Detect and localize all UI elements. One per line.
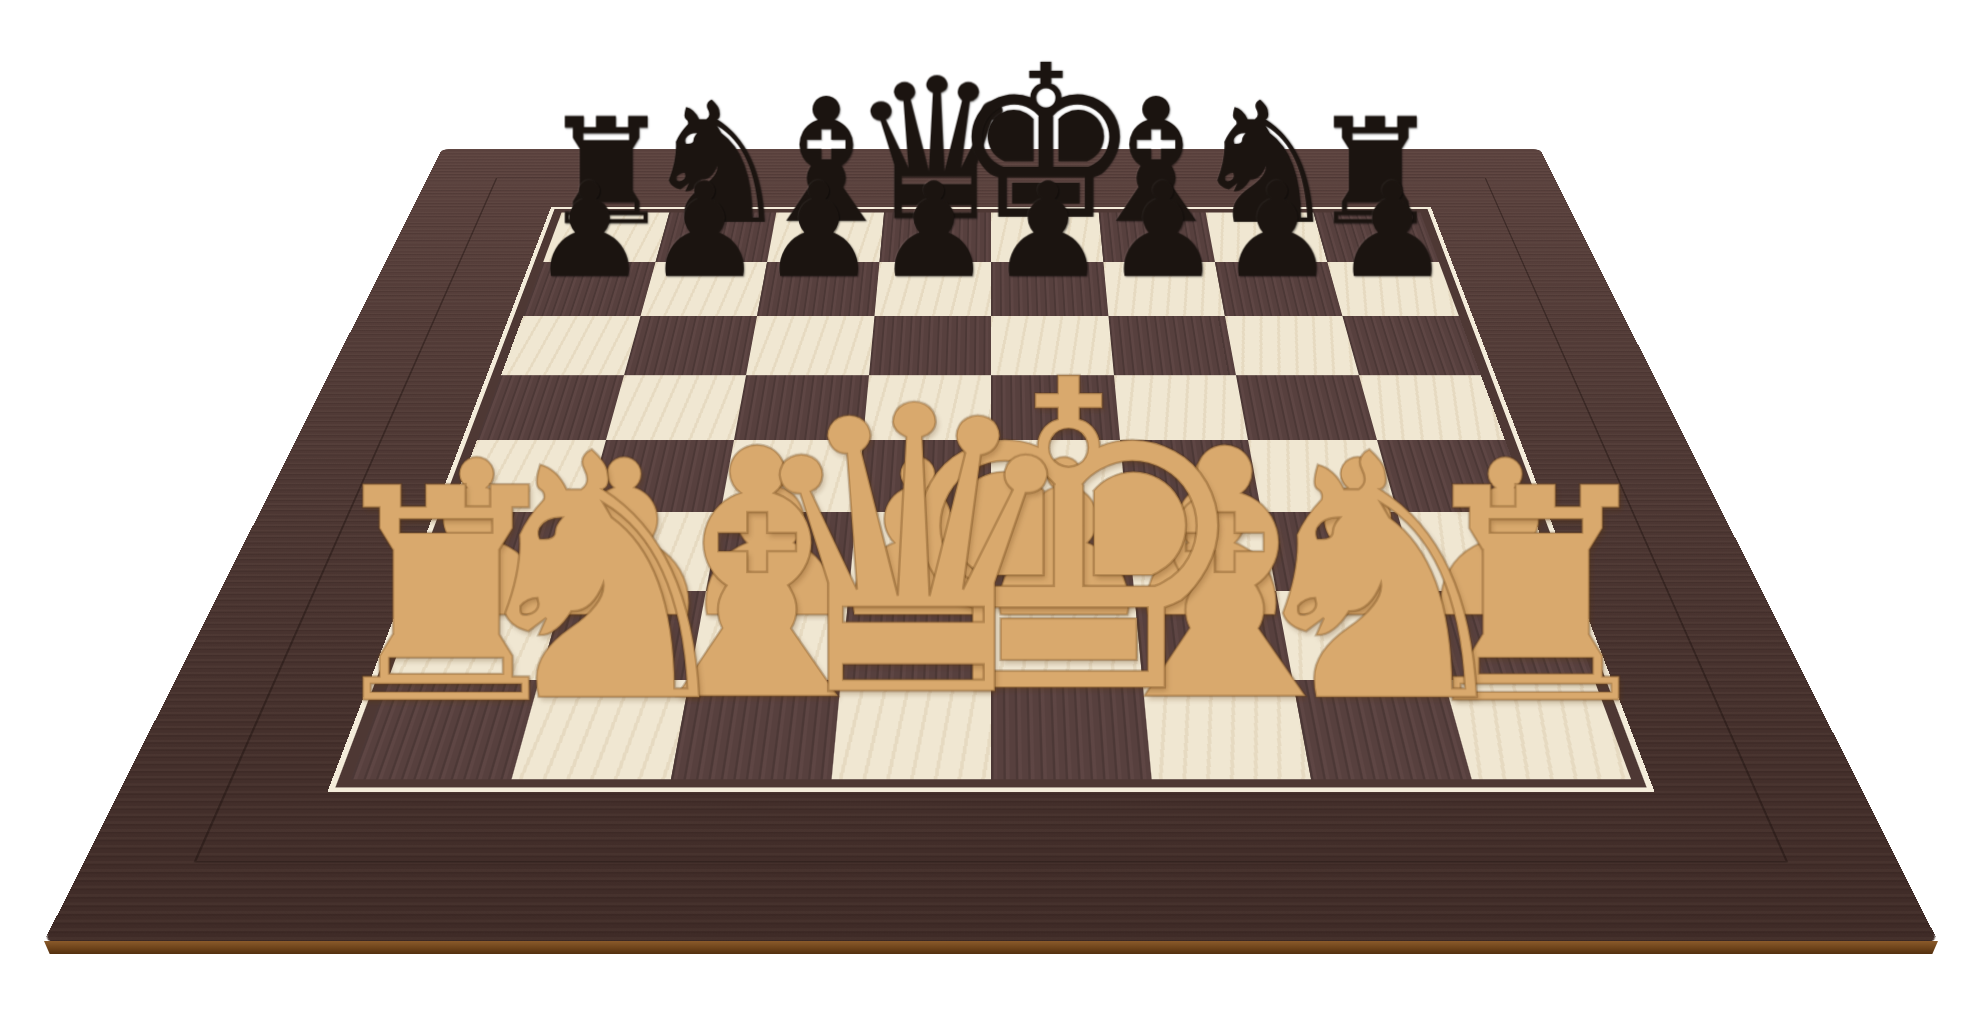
black-pawn[interactable]: ♟ [990,173,1108,291]
black-pawn[interactable]: ♟ [760,173,878,291]
square-h7[interactable]: ♟ [1327,262,1459,316]
black-pawn[interactable]: ♟ [646,173,764,291]
square-a7[interactable]: ♟ [523,262,655,316]
playing-field: ♜♞♝♛♚♝♞♜♟♟♟♟♟♟♟♟♟♟♟♟♟♟♟♟♜♞♝♛♚♝♞♜ [327,207,1654,792]
chess-board: ♜♞♝♛♚♝♞♜♟♟♟♟♟♟♟♟♟♟♟♟♟♟♟♟♜♞♝♛♚♝♞♜ [44,149,1939,942]
square-d1[interactable]: ♛ [831,680,991,779]
chessboard-photo: ♜♞♝♛♚♝♞♜♟♟♟♟♟♟♟♟♟♟♟♟♟♟♟♟♜♞♝♛♚♝♞♜ [0,0,1982,1024]
black-pawn[interactable]: ♟ [1104,173,1222,291]
white-knight[interactable]: ♞ [1228,427,1532,732]
black-pawn[interactable]: ♟ [1333,173,1451,291]
square-b1[interactable]: ♞ [511,680,690,779]
playing-field-grid: ♜♞♝♛♚♝♞♜♟♟♟♟♟♟♟♟♟♟♟♟♟♟♟♟♜♞♝♛♚♝♞♜ [351,212,1631,779]
black-pawn[interactable]: ♟ [875,173,993,291]
board-front-edge [44,941,1938,954]
square-b7[interactable]: ♟ [640,262,767,316]
square-g1[interactable]: ♞ [1293,680,1472,779]
white-knight[interactable]: ♞ [450,427,754,732]
white-queen[interactable]: ♛ [736,376,1091,732]
black-pawn[interactable]: ♟ [1219,173,1337,291]
square-a6[interactable] [501,316,640,375]
black-pawn[interactable]: ♟ [531,173,649,291]
square-h6[interactable] [1342,316,1481,375]
square-c7[interactable]: ♟ [757,262,879,316]
